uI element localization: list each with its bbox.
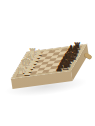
black-knight: ♞ (62, 58, 72, 69)
black-pawn: ♟ (62, 53, 70, 62)
white-pawn: ♟ (33, 51, 41, 60)
black-king: ♚ (66, 47, 79, 61)
black-rook: ♜ (61, 62, 70, 72)
white-knight: ♞ (26, 50, 36, 61)
white-pawn: ♟ (27, 63, 35, 71)
white-pawn: ♟ (32, 54, 40, 63)
white-pawn: ♟ (35, 48, 43, 57)
black-rook: ♜ (73, 42, 82, 52)
white-bishop: ♝ (19, 61, 29, 73)
white-bishop: ♝ (24, 52, 34, 64)
black-pawn: ♟ (57, 61, 65, 69)
white-pawn: ♟ (30, 57, 38, 65)
black-pawn: ♟ (64, 50, 72, 59)
black-bishop: ♝ (69, 46, 79, 58)
black-pawn: ♟ (55, 64, 63, 73)
white-knight: ♞ (17, 64, 27, 75)
chess-set-photo: ♜♟♟♜♞♟♟♞♝♟♟♝♚♟♟♚♛♟♟♛♝♟♟♝♞♟♟♞♜♟♟♜ (0, 0, 95, 126)
black-pawn: ♟ (59, 58, 67, 66)
piece-layer: ♜♟♟♜♞♟♟♞♝♟♟♝♚♟♟♚♛♟♟♛♝♟♟♝♞♟♟♞♜♟♟♜ (0, 0, 95, 126)
black-queen: ♛ (65, 51, 77, 64)
black-bishop: ♝ (64, 55, 74, 67)
black-pawn: ♟ (65, 47, 73, 56)
white-rook: ♜ (28, 48, 37, 58)
black-pawn: ♟ (67, 44, 75, 53)
white-pawn: ♟ (28, 60, 36, 68)
black-knight: ♞ (71, 44, 81, 55)
black-pawn: ♟ (60, 55, 68, 64)
white-rook: ♜ (16, 68, 25, 78)
white-pawn: ♟ (25, 66, 33, 75)
white-queen: ♛ (20, 57, 32, 70)
white-pawn: ♟ (23, 68, 31, 77)
white-king: ♚ (21, 53, 34, 67)
